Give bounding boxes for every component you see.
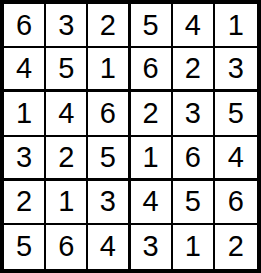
cell-r1c1: 6	[4, 4, 46, 48]
cell-r2c4: 6	[131, 48, 173, 92]
cell-r5c2: 1	[46, 181, 88, 225]
cell-r6c1: 5	[4, 225, 46, 269]
cell-r2c1: 4	[4, 48, 46, 92]
cell-r4c6: 4	[215, 137, 257, 181]
sudoku-board: 632541451623146235325164213456564312	[0, 0, 261, 273]
cell-r3c4: 2	[131, 92, 173, 136]
cell-r5c4: 4	[131, 181, 173, 225]
cell-r2c2: 5	[46, 48, 88, 92]
cell-r2c6: 3	[215, 48, 257, 92]
cell-r5c6: 6	[215, 181, 257, 225]
cell-r6c3: 4	[88, 225, 130, 269]
cell-r4c3: 5	[88, 137, 130, 181]
cell-r5c5: 5	[173, 181, 215, 225]
cell-r4c2: 2	[46, 137, 88, 181]
cell-r6c4: 3	[131, 225, 173, 269]
cell-r3c6: 5	[215, 92, 257, 136]
cell-r1c2: 3	[46, 4, 88, 48]
cell-r3c1: 1	[4, 92, 46, 136]
cell-r4c1: 3	[4, 137, 46, 181]
cell-r5c3: 3	[88, 181, 130, 225]
cell-r1c4: 5	[131, 4, 173, 48]
cell-r6c6: 2	[215, 225, 257, 269]
cell-r6c5: 1	[173, 225, 215, 269]
cell-r3c2: 4	[46, 92, 88, 136]
cell-r4c5: 6	[173, 137, 215, 181]
cell-r6c2: 6	[46, 225, 88, 269]
cell-r1c3: 2	[88, 4, 130, 48]
cell-r1c6: 1	[215, 4, 257, 48]
cell-r3c5: 3	[173, 92, 215, 136]
cell-r3c3: 6	[88, 92, 130, 136]
cell-r5c1: 2	[4, 181, 46, 225]
cell-r1c5: 4	[173, 4, 215, 48]
cell-r2c5: 2	[173, 48, 215, 92]
cell-r2c3: 1	[88, 48, 130, 92]
cell-r4c4: 1	[131, 137, 173, 181]
